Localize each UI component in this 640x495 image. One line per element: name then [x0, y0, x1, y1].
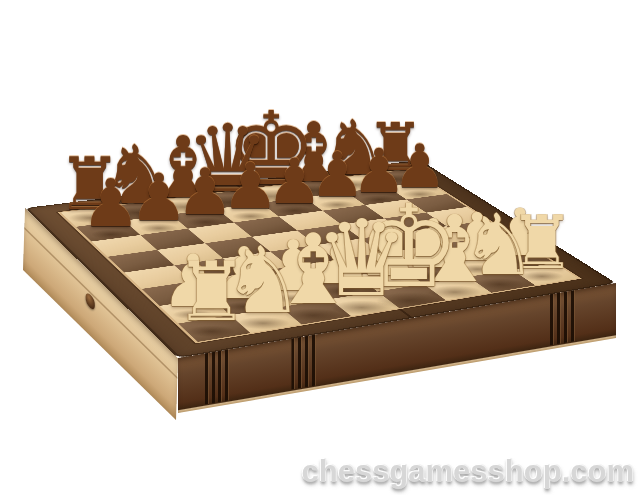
- chess-set-product-photo: ♜♞♝♛♚♝♞♜♟♟♟♟♟♟♟♟♟♟♟♟♟♟♟♟♜♞♝♛♚♝♞♜ chessga…: [0, 0, 640, 495]
- pieces-layer: ♜♞♝♛♚♝♞♜♟♟♟♟♟♟♟♟♟♟♟♟♟♟♟♟♜♞♝♛♚♝♞♜: [0, 0, 640, 495]
- watermark: chessgamesshop.com: [301, 454, 634, 490]
- piece-white-rook-a1: ♜: [175, 252, 249, 334]
- piece-black-pawn-a7: ♟: [81, 171, 140, 237]
